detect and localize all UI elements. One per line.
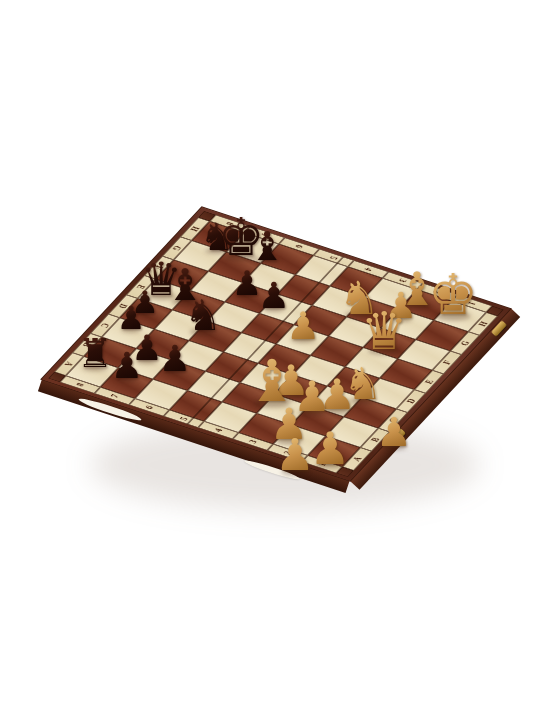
chess-set-photo: ABCDEFGH8877665544332211ABCDEFGH ♞♚♝♛♟♝♝… bbox=[0, 0, 540, 720]
